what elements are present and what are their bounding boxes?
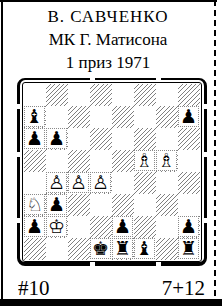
white-bishop-g5[interactable]: ♗ (158, 151, 175, 170)
black-rook-e1[interactable]: ♜ (114, 239, 131, 258)
square-c5[interactable] (68, 150, 90, 172)
header: В. САВЧЕНКО МК Г. Матисона 1 приз 1971 (0, 5, 216, 74)
piece-halo: ♘ (24, 194, 45, 215)
piece-halo: ♟ (24, 128, 45, 149)
stipulation-mate-in-10: #10 (18, 276, 50, 301)
white-pawn-c4[interactable]: ♙ (70, 173, 87, 192)
square-g7[interactable] (156, 106, 178, 128)
square-g6[interactable] (156, 128, 178, 150)
square-b8[interactable] (46, 84, 68, 106)
square-g2[interactable] (156, 216, 178, 238)
problem-card: В. САВЧЕНКО МК Г. Матисона 1 приз 1971 ♝… (0, 0, 222, 306)
frame-notch (90, 262, 95, 268)
square-e5[interactable] (112, 150, 134, 172)
square-h8[interactable] (178, 84, 200, 106)
square-g8[interactable] (156, 84, 178, 106)
frame-notch (203, 152, 208, 157)
piece-halo: ♝ (134, 238, 155, 259)
square-a2[interactable]: ♟ (24, 216, 46, 238)
piece-halo: ♟ (46, 194, 67, 215)
square-h4[interactable] (178, 172, 200, 194)
frame-notch (203, 218, 208, 223)
square-a6[interactable]: ♟ (24, 128, 46, 150)
square-b6[interactable]: ♟ (46, 128, 68, 150)
square-a8[interactable] (24, 84, 46, 106)
square-a7[interactable]: ♝ (24, 106, 46, 128)
piece-halo: ♟ (46, 128, 67, 149)
black-rook-h1[interactable]: ♜ (180, 239, 197, 258)
square-c2[interactable] (68, 216, 90, 238)
black-bishop-a7[interactable]: ♝ (26, 107, 43, 126)
frame-notch (156, 76, 161, 81)
square-d8[interactable] (90, 84, 112, 106)
frame-notch (16, 104, 21, 109)
square-e3[interactable] (112, 194, 134, 216)
white-pawn-b4[interactable]: ♙ (48, 173, 65, 192)
square-d6[interactable] (90, 128, 112, 150)
square-d4[interactable]: ♙ (90, 172, 112, 194)
piece-halo: ♗ (156, 150, 177, 171)
piece-halo: ♚ (90, 238, 111, 259)
square-a3[interactable]: ♘ (24, 194, 46, 216)
square-d7[interactable] (90, 106, 112, 128)
square-b3[interactable]: ♟ (46, 194, 68, 216)
piece-halo: ♝ (24, 106, 45, 127)
square-h7[interactable]: ♟ (178, 106, 200, 128)
frame-notch (203, 104, 208, 109)
frame-notch (16, 152, 21, 157)
square-f2[interactable] (134, 216, 156, 238)
square-h3[interactable] (178, 194, 200, 216)
square-b2[interactable]: ♔ (46, 216, 68, 238)
material-count: 7+12 (162, 276, 205, 301)
piece-halo: ♙ (46, 172, 67, 193)
black-pawn-h2[interactable]: ♟ (180, 217, 197, 236)
square-f7[interactable] (134, 106, 156, 128)
square-g5[interactable]: ♗ (156, 150, 178, 172)
chess-board: ♝♟♟♟♗♗♙♙♙♘♟♟♔♟♟♚♜♝♜ (24, 84, 200, 260)
square-f4[interactable] (134, 172, 156, 194)
square-d1[interactable]: ♚ (90, 238, 112, 260)
black-pawn-b3[interactable]: ♟ (48, 195, 65, 214)
square-d3[interactable] (90, 194, 112, 216)
piece-halo: ♟ (24, 216, 45, 237)
piece-halo: ♗ (134, 150, 155, 171)
square-g4[interactable] (156, 172, 178, 194)
tourney-name: МК Г. Матисона (0, 28, 216, 51)
square-a1[interactable] (24, 238, 46, 260)
piece-halo: ♟ (178, 106, 199, 127)
square-b1[interactable] (46, 238, 68, 260)
square-h2[interactable]: ♟ (178, 216, 200, 238)
square-f6[interactable] (134, 128, 156, 150)
piece-halo: ♜ (178, 238, 199, 259)
square-f5[interactable]: ♗ (134, 150, 156, 172)
card-top-rule (0, 0, 217, 2)
piece-halo: ♙ (68, 172, 89, 193)
square-e8[interactable] (112, 84, 134, 106)
piece-halo: ♜ (112, 238, 133, 259)
square-c3[interactable] (68, 194, 90, 216)
square-e6[interactable] (112, 128, 134, 150)
square-h5[interactable] (178, 150, 200, 172)
square-c8[interactable] (68, 84, 90, 106)
square-c6[interactable] (68, 128, 90, 150)
black-pawn-e2[interactable]: ♟ (114, 217, 131, 236)
black-pawn-b6[interactable]: ♟ (48, 129, 65, 148)
square-c1[interactable] (68, 238, 90, 260)
piece-halo: ♟ (178, 216, 199, 237)
chess-board-inner-border: ♝♟♟♟♗♗♙♙♙♘♟♟♔♟♟♚♜♝♜ (22, 82, 202, 262)
square-b4[interactable]: ♙ (46, 172, 68, 194)
author-name: В. САВЧЕНКО (0, 5, 216, 28)
square-h6[interactable] (178, 128, 200, 150)
square-e2[interactable]: ♟ (112, 216, 134, 238)
frame-notch (16, 218, 21, 223)
square-b7[interactable] (46, 106, 68, 128)
square-d2[interactable] (90, 216, 112, 238)
square-b5[interactable] (46, 150, 68, 172)
square-a5[interactable] (24, 150, 46, 172)
piece-halo: ♟ (112, 216, 133, 237)
square-e1[interactable]: ♜ (112, 238, 134, 260)
square-a4[interactable] (24, 172, 46, 194)
chess-board-frame: ♝♟♟♟♗♗♙♙♙♘♟♟♔♟♟♚♜♝♜ (17, 78, 207, 266)
frame-notch (90, 76, 95, 81)
award-line: 1 приз 1971 (0, 51, 216, 74)
white-pawn-d4[interactable]: ♙ (92, 173, 109, 192)
square-c4[interactable]: ♙ (68, 172, 90, 194)
piece-halo: ♔ (46, 216, 67, 237)
piece-halo: ♙ (90, 172, 111, 193)
square-h1[interactable]: ♜ (178, 238, 200, 260)
white-knight-a3[interactable]: ♘ (26, 195, 43, 214)
black-king-d1[interactable]: ♚ (92, 239, 109, 258)
black-pawn-a6[interactable]: ♟ (26, 129, 43, 148)
square-f3[interactable] (134, 194, 156, 216)
frame-notch (156, 262, 161, 268)
square-g1[interactable] (156, 238, 178, 260)
square-g3[interactable] (156, 194, 178, 216)
white-bishop-f5[interactable]: ♗ (136, 151, 153, 170)
black-pawn-h7[interactable]: ♟ (180, 107, 197, 126)
black-pawn-a2[interactable]: ♟ (26, 217, 43, 236)
square-d5[interactable] (90, 150, 112, 172)
square-e7[interactable] (112, 106, 134, 128)
square-e4[interactable] (112, 172, 134, 194)
square-c7[interactable] (68, 106, 90, 128)
black-bishop-f1[interactable]: ♝ (136, 239, 153, 258)
square-f8[interactable] (134, 84, 156, 106)
square-f1[interactable]: ♝ (134, 238, 156, 260)
white-king-b2[interactable]: ♔ (48, 217, 65, 236)
